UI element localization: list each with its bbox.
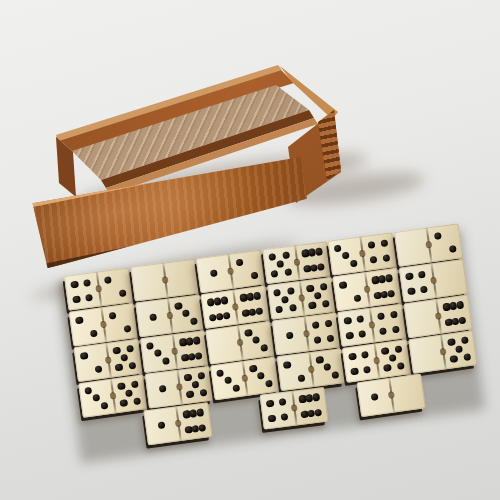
pip xyxy=(385,274,393,282)
pip xyxy=(270,270,278,278)
pip xyxy=(84,387,92,395)
pip xyxy=(369,256,377,264)
left-half-0 xyxy=(408,335,444,374)
pip xyxy=(265,379,273,387)
right-half-2 xyxy=(229,250,265,289)
left-half-5 xyxy=(262,245,298,283)
pip xyxy=(379,327,387,335)
pip xyxy=(389,354,397,362)
right-half-2 xyxy=(102,303,138,342)
pip xyxy=(236,258,244,266)
pip xyxy=(419,285,427,293)
pip xyxy=(129,361,137,369)
domino-1-0 xyxy=(357,373,426,416)
pip xyxy=(275,305,283,313)
pip xyxy=(342,252,350,260)
pip xyxy=(334,245,342,253)
pip xyxy=(380,239,388,247)
pip xyxy=(349,259,357,267)
left-half-3 xyxy=(140,334,176,372)
pip xyxy=(346,332,354,340)
pip xyxy=(90,329,98,337)
right-half-4 xyxy=(370,304,406,342)
pip xyxy=(115,363,123,371)
pip xyxy=(117,382,125,390)
pip xyxy=(356,315,364,323)
pip xyxy=(108,311,116,319)
pip xyxy=(354,294,362,302)
left-half-2 xyxy=(74,343,110,381)
right-half-3 xyxy=(238,321,274,360)
right-half-6 xyxy=(292,387,328,425)
left-half-1 xyxy=(135,299,171,337)
pip xyxy=(145,342,153,350)
pip xyxy=(220,296,228,304)
pip xyxy=(276,260,284,268)
pip xyxy=(266,399,274,407)
right-half-2 xyxy=(427,223,463,262)
pip xyxy=(344,316,352,324)
pip xyxy=(317,263,325,271)
pip xyxy=(449,355,457,363)
pip xyxy=(297,374,305,382)
pip xyxy=(253,292,261,300)
pip xyxy=(363,366,371,374)
pip xyxy=(149,314,157,322)
pip xyxy=(308,301,316,309)
pip xyxy=(80,352,88,360)
pip xyxy=(158,385,166,393)
right-half-5 xyxy=(375,339,411,378)
pip xyxy=(456,301,464,309)
pip xyxy=(224,377,232,385)
pip xyxy=(249,365,257,373)
domino-4-6 xyxy=(259,387,328,429)
pip xyxy=(285,332,293,340)
pip xyxy=(391,325,399,333)
pip xyxy=(161,357,169,365)
pip xyxy=(71,280,79,288)
right-half-6 xyxy=(234,285,270,324)
pip xyxy=(281,251,289,259)
pip xyxy=(463,353,471,361)
domino-1-6 xyxy=(144,402,213,445)
right-half-4 xyxy=(305,313,341,351)
pip xyxy=(280,413,288,421)
left-half-5 xyxy=(267,281,303,319)
pip xyxy=(190,317,198,325)
pip xyxy=(113,347,121,355)
pip xyxy=(100,401,108,409)
right-half-3 xyxy=(243,357,279,396)
left-half-0 xyxy=(393,228,429,267)
pip xyxy=(191,381,199,389)
pip xyxy=(118,289,126,297)
pip xyxy=(389,310,397,318)
right-half-3 xyxy=(168,295,204,333)
right-half-6 xyxy=(436,295,472,334)
left-half-2 xyxy=(276,352,312,390)
pip xyxy=(232,384,240,392)
pip xyxy=(280,296,288,304)
pip xyxy=(288,304,296,312)
pip xyxy=(92,394,100,402)
pip xyxy=(407,287,415,295)
right-half-0 xyxy=(390,373,426,412)
right-half-2 xyxy=(97,267,133,305)
right-half-5 xyxy=(107,339,143,377)
left-half-1 xyxy=(357,378,393,417)
pip xyxy=(351,367,359,375)
pip xyxy=(311,321,319,329)
pip xyxy=(417,270,425,278)
pip xyxy=(192,337,200,345)
right-half-6 xyxy=(173,330,209,368)
pip xyxy=(196,408,204,416)
pip xyxy=(272,289,280,297)
pip xyxy=(319,283,327,291)
pip xyxy=(210,269,218,277)
left-half-0 xyxy=(403,299,439,338)
pip xyxy=(326,334,334,342)
right-half-5 xyxy=(441,330,477,369)
pip xyxy=(395,345,403,353)
pip xyxy=(433,232,441,240)
pip xyxy=(123,325,131,333)
pip xyxy=(377,312,385,320)
pip xyxy=(268,253,276,261)
left-half-4 xyxy=(337,308,373,346)
pip xyxy=(85,294,93,302)
pip xyxy=(133,397,141,405)
pip xyxy=(125,389,133,397)
pip xyxy=(381,347,389,355)
pip xyxy=(284,268,292,276)
right-half-6 xyxy=(177,402,213,440)
pip xyxy=(358,330,366,338)
pip xyxy=(397,362,405,370)
left-half-4 xyxy=(342,344,378,383)
pip xyxy=(199,388,207,396)
left-half-4 xyxy=(64,272,100,310)
pip xyxy=(120,399,128,407)
pip xyxy=(153,349,161,357)
pip xyxy=(278,398,286,406)
pip xyxy=(339,281,347,289)
pip xyxy=(315,248,323,256)
right-half-0 xyxy=(431,259,467,298)
left-half-0 xyxy=(205,326,241,365)
pip xyxy=(75,316,83,324)
right-half-5 xyxy=(111,374,147,413)
photo-scene xyxy=(0,0,500,500)
pip xyxy=(455,345,463,353)
right-half-5 xyxy=(178,366,214,404)
left-half-1 xyxy=(144,407,180,445)
pip xyxy=(126,345,134,353)
left-half-4 xyxy=(259,391,295,429)
left-half-3 xyxy=(210,361,246,400)
pip xyxy=(312,393,320,401)
pip xyxy=(257,372,265,380)
left-half-1 xyxy=(271,317,307,355)
left-half-1 xyxy=(144,370,180,408)
left-half-2 xyxy=(69,308,105,347)
pip xyxy=(183,374,191,382)
pip xyxy=(95,365,103,373)
left-half-3 xyxy=(78,379,114,418)
right-half-5 xyxy=(300,277,336,315)
pip xyxy=(83,279,91,287)
pip xyxy=(268,414,276,422)
pip xyxy=(314,292,322,300)
pip xyxy=(313,336,321,344)
pip xyxy=(194,352,202,360)
pip xyxy=(461,336,469,344)
pip xyxy=(216,369,224,377)
pip xyxy=(458,317,466,325)
right-half-6 xyxy=(295,241,331,279)
pip xyxy=(387,290,395,298)
pip xyxy=(198,424,206,432)
right-half-0 xyxy=(163,259,199,297)
left-half-6 xyxy=(201,290,237,329)
pip xyxy=(361,351,369,359)
pip xyxy=(121,354,129,362)
pip xyxy=(250,271,258,279)
pip xyxy=(256,307,264,315)
pip xyxy=(405,272,413,280)
pip xyxy=(244,329,252,337)
pip xyxy=(260,343,268,351)
pip xyxy=(222,312,230,320)
pip xyxy=(349,352,357,360)
pip xyxy=(383,363,391,371)
right-half-6 xyxy=(366,268,402,307)
pip xyxy=(182,310,190,318)
pip xyxy=(286,287,294,295)
pip xyxy=(382,254,390,262)
pip xyxy=(315,356,323,364)
pip xyxy=(283,361,291,369)
left-half-3 xyxy=(328,237,364,275)
pip xyxy=(104,276,112,284)
left-half-2 xyxy=(332,272,368,311)
pip xyxy=(367,241,375,249)
pip xyxy=(331,371,339,379)
pip xyxy=(185,390,193,398)
pip xyxy=(252,336,260,344)
pip xyxy=(197,372,205,380)
pip xyxy=(174,302,182,310)
pip xyxy=(324,319,332,327)
pip xyxy=(322,299,330,307)
left-half-1 xyxy=(196,254,232,293)
left-half-0 xyxy=(130,263,166,301)
right-half-4 xyxy=(361,232,397,270)
right-half-3 xyxy=(309,348,345,386)
pip xyxy=(131,380,139,388)
pip xyxy=(447,338,455,346)
pip xyxy=(306,285,314,293)
pip xyxy=(73,295,81,303)
pip xyxy=(157,422,165,430)
pip xyxy=(314,409,322,417)
left-half-4 xyxy=(398,264,434,303)
pip xyxy=(323,363,331,371)
pip xyxy=(448,245,456,253)
pip xyxy=(370,393,378,401)
